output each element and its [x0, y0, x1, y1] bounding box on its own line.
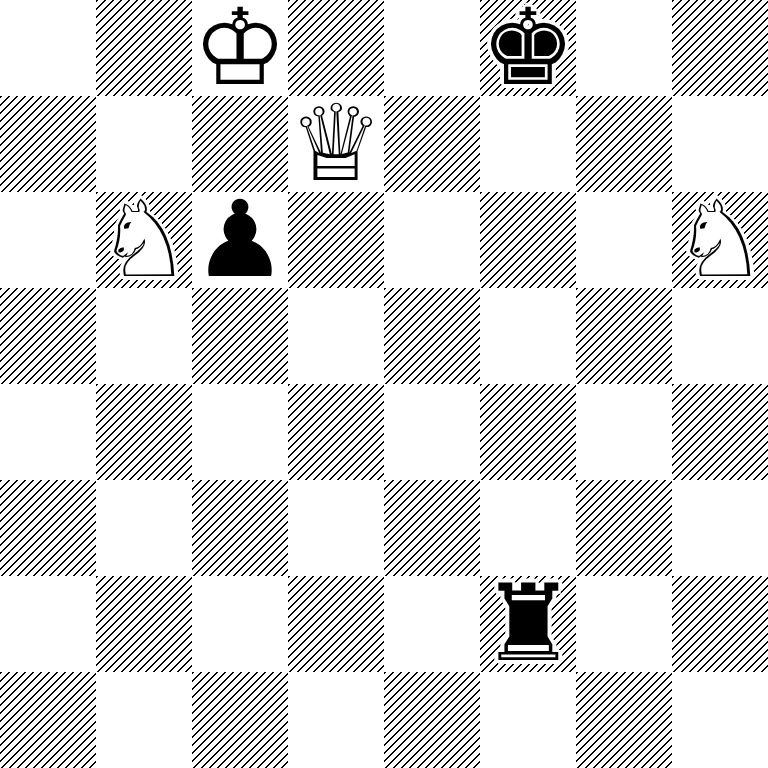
- square-e3[interactable]: [384, 480, 480, 576]
- square-d5[interactable]: [288, 288, 384, 384]
- square-e2[interactable]: [384, 576, 480, 672]
- square-c4[interactable]: [192, 384, 288, 480]
- square-h4[interactable]: [672, 384, 768, 480]
- square-c2[interactable]: [192, 576, 288, 672]
- square-f4[interactable]: [480, 384, 576, 480]
- square-d1[interactable]: [288, 672, 384, 768]
- square-a4[interactable]: [0, 384, 96, 480]
- square-b2[interactable]: [96, 576, 192, 672]
- white-king-glyph: ♔: [192, 0, 288, 96]
- square-b1[interactable]: [96, 672, 192, 768]
- square-g3[interactable]: [576, 480, 672, 576]
- white-knight-glyph: ♘: [672, 192, 768, 288]
- square-h5[interactable]: [672, 288, 768, 384]
- piece-white-knight-b6[interactable]: ♞♘: [96, 192, 192, 288]
- square-c6[interactable]: ♟♟: [192, 192, 288, 288]
- piece-white-knight-h6[interactable]: ♞♘: [672, 192, 768, 288]
- square-e8[interactable]: [384, 0, 480, 96]
- square-b3[interactable]: [96, 480, 192, 576]
- square-f8[interactable]: ♚♚: [480, 0, 576, 96]
- square-g6[interactable]: [576, 192, 672, 288]
- square-b8[interactable]: [96, 0, 192, 96]
- square-b5[interactable]: [96, 288, 192, 384]
- square-c8[interactable]: ♚♔: [192, 0, 288, 96]
- square-a1[interactable]: [0, 672, 96, 768]
- chess-board: ♚♔♚♚♛♕♞♘♟♟♞♘♜♜: [0, 0, 768, 768]
- square-e5[interactable]: [384, 288, 480, 384]
- square-g1[interactable]: [576, 672, 672, 768]
- piece-black-pawn-c6[interactable]: ♟♟: [192, 192, 288, 288]
- square-c5[interactable]: [192, 288, 288, 384]
- square-d3[interactable]: [288, 480, 384, 576]
- square-d4[interactable]: [288, 384, 384, 480]
- square-f6[interactable]: [480, 192, 576, 288]
- square-f7[interactable]: [480, 96, 576, 192]
- square-a7[interactable]: [0, 96, 96, 192]
- square-f5[interactable]: [480, 288, 576, 384]
- piece-black-king-f8[interactable]: ♚♚: [480, 0, 576, 96]
- square-h1[interactable]: [672, 672, 768, 768]
- piece-black-rook-f2[interactable]: ♜♜: [480, 576, 576, 672]
- black-pawn-glyph: ♟: [192, 192, 288, 288]
- square-d7[interactable]: ♛♕: [288, 96, 384, 192]
- square-e1[interactable]: [384, 672, 480, 768]
- square-h6[interactable]: ♞♘: [672, 192, 768, 288]
- square-h3[interactable]: [672, 480, 768, 576]
- square-g7[interactable]: [576, 96, 672, 192]
- square-e6[interactable]: [384, 192, 480, 288]
- square-c3[interactable]: [192, 480, 288, 576]
- black-rook-glyph: ♜: [480, 576, 576, 672]
- square-b4[interactable]: [96, 384, 192, 480]
- square-a6[interactable]: [0, 192, 96, 288]
- square-e4[interactable]: [384, 384, 480, 480]
- piece-white-queen-d7[interactable]: ♛♕: [288, 96, 384, 192]
- square-h2[interactable]: [672, 576, 768, 672]
- square-f2[interactable]: ♜♜: [480, 576, 576, 672]
- square-g4[interactable]: [576, 384, 672, 480]
- square-c1[interactable]: [192, 672, 288, 768]
- square-a3[interactable]: [0, 480, 96, 576]
- square-d6[interactable]: [288, 192, 384, 288]
- piece-white-king-c8[interactable]: ♚♔: [192, 0, 288, 96]
- square-d2[interactable]: [288, 576, 384, 672]
- square-g5[interactable]: [576, 288, 672, 384]
- square-a8[interactable]: [0, 0, 96, 96]
- square-g2[interactable]: [576, 576, 672, 672]
- white-knight-glyph: ♘: [96, 192, 192, 288]
- white-queen-glyph: ♕: [288, 96, 384, 192]
- square-h8[interactable]: [672, 0, 768, 96]
- square-e7[interactable]: [384, 96, 480, 192]
- square-a5[interactable]: [0, 288, 96, 384]
- square-b6[interactable]: ♞♘: [96, 192, 192, 288]
- square-f1[interactable]: [480, 672, 576, 768]
- square-g8[interactable]: [576, 0, 672, 96]
- black-king-glyph: ♚: [480, 0, 576, 96]
- square-a2[interactable]: [0, 576, 96, 672]
